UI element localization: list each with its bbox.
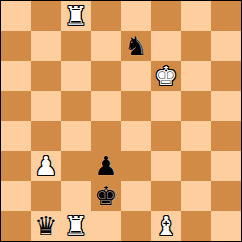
- square-h8[interactable]: [211, 1, 241, 31]
- square-h1[interactable]: [211, 211, 241, 241]
- square-e8[interactable]: [121, 1, 151, 31]
- white-rook-c8[interactable]: ♜: [64, 1, 87, 31]
- black-king-d2[interactable]: ♚: [94, 181, 117, 211]
- square-c1[interactable]: ♜: [61, 211, 91, 241]
- square-e7[interactable]: ♞: [121, 31, 151, 61]
- square-a2[interactable]: [1, 181, 31, 211]
- square-f1[interactable]: ♝: [151, 211, 181, 241]
- black-knight-e7[interactable]: ♞: [124, 31, 147, 61]
- square-d6[interactable]: [91, 61, 121, 91]
- square-d8[interactable]: [91, 1, 121, 31]
- square-f7[interactable]: [151, 31, 181, 61]
- square-b8[interactable]: [31, 1, 61, 31]
- square-c7[interactable]: [61, 31, 91, 61]
- square-d1[interactable]: [91, 211, 121, 241]
- square-h5[interactable]: [211, 91, 241, 121]
- square-g7[interactable]: [181, 31, 211, 61]
- square-c5[interactable]: [61, 91, 91, 121]
- chess-board: ♜♞♚♟♟♚♛♜♝: [0, 0, 242, 242]
- square-d2[interactable]: ♚: [91, 181, 121, 211]
- square-d5[interactable]: [91, 91, 121, 121]
- square-f6[interactable]: ♚: [151, 61, 181, 91]
- square-h6[interactable]: [211, 61, 241, 91]
- square-b2[interactable]: [31, 181, 61, 211]
- square-b1[interactable]: ♛: [31, 211, 61, 241]
- square-a7[interactable]: [1, 31, 31, 61]
- square-e5[interactable]: [121, 91, 151, 121]
- square-g1[interactable]: [181, 211, 211, 241]
- white-pawn-b3[interactable]: ♟: [34, 151, 57, 181]
- square-c4[interactable]: [61, 121, 91, 151]
- square-a6[interactable]: [1, 61, 31, 91]
- square-b4[interactable]: [31, 121, 61, 151]
- square-h4[interactable]: [211, 121, 241, 151]
- square-c8[interactable]: ♜: [61, 1, 91, 31]
- square-b5[interactable]: [31, 91, 61, 121]
- square-e1[interactable]: [121, 211, 151, 241]
- square-d7[interactable]: [91, 31, 121, 61]
- square-d3[interactable]: ♟: [91, 151, 121, 181]
- square-b7[interactable]: [31, 31, 61, 61]
- white-king-f6[interactable]: ♚: [154, 61, 177, 91]
- square-f3[interactable]: [151, 151, 181, 181]
- square-c2[interactable]: [61, 181, 91, 211]
- square-e2[interactable]: [121, 181, 151, 211]
- square-h2[interactable]: [211, 181, 241, 211]
- square-g8[interactable]: [181, 1, 211, 31]
- chess-diagram: ♜♞♚♟♟♚♛♜♝: [0, 0, 242, 242]
- square-f2[interactable]: [151, 181, 181, 211]
- square-a5[interactable]: [1, 91, 31, 121]
- square-b3[interactable]: ♟: [31, 151, 61, 181]
- square-e4[interactable]: [121, 121, 151, 151]
- square-f8[interactable]: [151, 1, 181, 31]
- square-a1[interactable]: [1, 211, 31, 241]
- square-h7[interactable]: [211, 31, 241, 61]
- square-h3[interactable]: [211, 151, 241, 181]
- white-bishop-f1[interactable]: ♝: [154, 211, 177, 241]
- square-g6[interactable]: [181, 61, 211, 91]
- square-c6[interactable]: [61, 61, 91, 91]
- square-g3[interactable]: [181, 151, 211, 181]
- square-f4[interactable]: [151, 121, 181, 151]
- square-g2[interactable]: [181, 181, 211, 211]
- square-g5[interactable]: [181, 91, 211, 121]
- square-b6[interactable]: [31, 61, 61, 91]
- square-a4[interactable]: [1, 121, 31, 151]
- square-c3[interactable]: [61, 151, 91, 181]
- square-f5[interactable]: [151, 91, 181, 121]
- square-g4[interactable]: [181, 121, 211, 151]
- black-pawn-d3[interactable]: ♟: [94, 151, 117, 181]
- square-e3[interactable]: [121, 151, 151, 181]
- square-a3[interactable]: [1, 151, 31, 181]
- square-d4[interactable]: [91, 121, 121, 151]
- black-queen-b1[interactable]: ♛: [34, 211, 57, 241]
- square-a8[interactable]: [1, 1, 31, 31]
- square-e6[interactable]: [121, 61, 151, 91]
- white-rook-c1[interactable]: ♜: [64, 211, 87, 241]
